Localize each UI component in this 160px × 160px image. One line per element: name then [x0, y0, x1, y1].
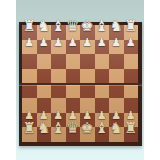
square: ♜: [124, 127, 139, 142]
square: [80, 98, 95, 113]
square: [51, 98, 66, 113]
square: [95, 54, 110, 69]
square: [51, 84, 66, 99]
square: ♟: [66, 113, 81, 128]
square: ♟: [80, 113, 95, 128]
square: ♟: [95, 40, 110, 55]
square: ♝: [51, 25, 66, 40]
piece-black-rook: ♜: [22, 19, 37, 34]
square: ♞: [109, 25, 124, 40]
square: [22, 98, 37, 113]
chess-board: ♜♞♝♛♚♝♞♜♟♟♟♟♟♟♟♟♟♟♟♟♟♟♟♟♜♞♝♛♚♝♞♜: [19, 22, 142, 146]
square: ♟: [109, 40, 124, 55]
piece-black-knight: ♞: [109, 19, 124, 34]
square: [124, 98, 139, 113]
square: ♚: [80, 127, 95, 142]
square: [51, 69, 66, 84]
square: ♟: [124, 40, 139, 55]
square: [109, 54, 124, 69]
square: ♝: [95, 25, 110, 40]
square: ♟: [80, 40, 95, 55]
square: [95, 69, 110, 84]
square: [66, 98, 81, 113]
square: ♟: [22, 40, 37, 55]
square: [37, 69, 52, 84]
square: [22, 84, 37, 99]
square: ♝: [95, 127, 110, 142]
square: [51, 54, 66, 69]
square: [124, 84, 139, 99]
square: [37, 54, 52, 69]
square: ♞: [37, 25, 52, 40]
piece-black-knight: ♞: [37, 19, 52, 34]
square: [22, 69, 37, 84]
square: ♟: [109, 113, 124, 128]
square: [80, 54, 95, 69]
square: ♟: [37, 40, 52, 55]
square: [66, 84, 81, 99]
square: [66, 54, 81, 69]
square: ♛: [66, 25, 81, 40]
piece-black-king: ♚: [80, 19, 95, 34]
square: ♝: [51, 127, 66, 142]
square: ♛: [66, 127, 81, 142]
square: ♟: [37, 113, 52, 128]
square: [66, 69, 81, 84]
square: ♞: [37, 127, 52, 142]
square: [37, 98, 52, 113]
square: [80, 69, 95, 84]
board-fold-line: [19, 83, 142, 85]
square: [95, 84, 110, 99]
screenshot: ♜♞♝♛♚♝♞♜♟♟♟♟♟♟♟♟♟♟♟♟♟♟♟♟♜♞♝♛♚♝♞♜: [0, 0, 160, 160]
square: [80, 84, 95, 99]
square: ♟: [22, 113, 37, 128]
square: ♟: [124, 113, 139, 128]
square: [109, 98, 124, 113]
square: [95, 98, 110, 113]
piece-black-bishop: ♝: [95, 19, 110, 34]
piece-black-queen: ♛: [66, 19, 81, 34]
piece-black-bishop: ♝: [51, 19, 66, 34]
square: ♜: [22, 127, 37, 142]
square: ♟: [51, 40, 66, 55]
square: ♞: [109, 127, 124, 142]
square: ♜: [124, 25, 139, 40]
square: [22, 54, 37, 69]
square: [37, 84, 52, 99]
square: ♜: [22, 25, 37, 40]
square: [124, 69, 139, 84]
piece-black-rook: ♜: [124, 19, 139, 34]
chess-set-photo[interactable]: ♜♞♝♛♚♝♞♜♟♟♟♟♟♟♟♟♟♟♟♟♟♟♟♟♜♞♝♛♚♝♞♜: [16, 0, 144, 160]
square: ♟: [51, 113, 66, 128]
square: ♟: [95, 113, 110, 128]
square: [124, 54, 139, 69]
square: ♟: [66, 40, 81, 55]
square: ♚: [80, 25, 95, 40]
square: [109, 69, 124, 84]
square: [109, 84, 124, 99]
